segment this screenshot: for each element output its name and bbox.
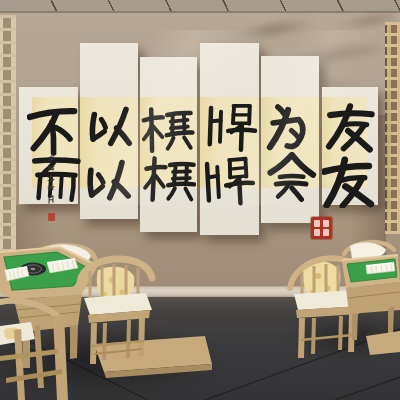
char-you (322, 100, 378, 156)
chair-leg (90, 323, 97, 364)
chair-post (53, 315, 68, 400)
char-bu (27, 100, 83, 156)
table-leg (388, 307, 394, 334)
char-hui (262, 152, 318, 208)
chair-leg (298, 318, 305, 358)
mahjong-room-scene (0, 0, 400, 400)
char-yi (81, 100, 137, 156)
char-qi (140, 100, 196, 156)
char-wei (262, 100, 318, 156)
slatted-ceiling (0, 0, 400, 13)
right-lattice-shelf (385, 22, 400, 234)
signature-seal (48, 213, 55, 221)
artist-signature (46, 155, 56, 211)
base-platform (366, 331, 400, 355)
right-mahjong-table-group (282, 236, 400, 364)
left-mahjong-table-group (0, 238, 212, 400)
char-you2 (322, 152, 378, 208)
char-yi2 (81, 152, 137, 208)
left-lattice-shelf (0, 15, 16, 253)
char-pai (201, 100, 257, 156)
char-qi2 (140, 152, 196, 208)
char-pai2 (201, 152, 257, 208)
calligraphy-artwork (19, 43, 378, 235)
table-leg (70, 325, 78, 359)
table-leg (352, 313, 358, 340)
